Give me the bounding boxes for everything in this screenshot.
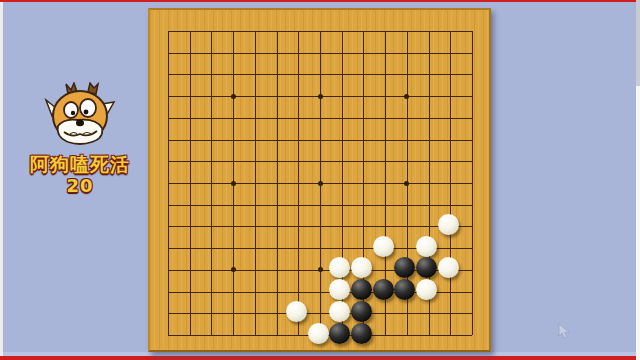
go-grid <box>168 31 472 335</box>
black-stone <box>329 323 350 344</box>
star-point <box>231 94 236 99</box>
mouse-cursor <box>558 324 572 340</box>
black-stone <box>351 323 372 344</box>
star-point <box>318 181 323 186</box>
white-stone <box>286 301 307 322</box>
black-stone <box>394 257 415 278</box>
top-red-bar <box>0 0 640 2</box>
white-stone <box>329 301 350 322</box>
white-stone <box>308 323 329 344</box>
star-point <box>318 94 323 99</box>
star-point <box>231 267 236 272</box>
window-left-edge <box>0 0 3 360</box>
star-point <box>231 181 236 186</box>
grid-line-v <box>450 31 451 335</box>
go-board[interactable] <box>148 8 491 352</box>
episode-number: 20 <box>12 176 148 197</box>
scrollbar-track[interactable] <box>636 0 640 360</box>
black-stone <box>373 279 394 300</box>
white-stone <box>351 257 372 278</box>
white-stone <box>438 214 459 235</box>
grid-line-h <box>168 226 472 227</box>
dog-mascot-icon <box>44 82 116 150</box>
star-point <box>404 94 409 99</box>
scrollbar-thumb[interactable] <box>636 0 640 86</box>
black-stone <box>351 301 372 322</box>
grid-line-h <box>168 313 472 314</box>
app-window: 阿狗嗑死活 20 <box>0 0 640 360</box>
caption-panel: 阿狗嗑死活 20 <box>12 82 148 197</box>
grid-line-v <box>472 31 473 335</box>
grid-line-h <box>168 205 472 206</box>
white-stone <box>416 236 437 257</box>
white-stone <box>438 257 459 278</box>
star-point <box>404 181 409 186</box>
white-stone <box>373 236 394 257</box>
black-stone <box>351 279 372 300</box>
black-stone <box>394 279 415 300</box>
bottom-red-bar <box>0 356 640 360</box>
star-point <box>318 267 323 272</box>
series-title: 阿狗嗑死活 <box>12 154 148 176</box>
white-stone <box>329 279 350 300</box>
black-stone <box>416 257 437 278</box>
white-stone <box>416 279 437 300</box>
white-stone <box>329 257 350 278</box>
